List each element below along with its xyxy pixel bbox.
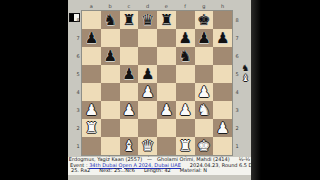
captured-material-tray: ♞♝: [240, 63, 251, 83]
square-g4: ♟: [195, 83, 214, 101]
square-h5: [213, 65, 232, 83]
square-g2: [195, 119, 214, 137]
square-d5: ♟: [138, 65, 157, 83]
square-f8: [176, 11, 195, 29]
rank-label-8: 8: [234, 17, 240, 23]
square-g5: [195, 65, 214, 83]
square-e6: [157, 47, 176, 65]
square-f2: [176, 119, 195, 137]
black-piece-n-b8: ♞: [103, 11, 116, 29]
white-piece-p-d4: ♟: [141, 83, 154, 101]
rank-label-2: 2: [234, 125, 240, 131]
file-label-g: g: [195, 3, 214, 9]
square-e2: [157, 119, 176, 137]
rank-label-5: 5: [75, 71, 81, 77]
white-piece-n-g3: ♞: [197, 101, 210, 119]
move-info-line: 25. Ra2Next: 25...Nc6Length: 42Material:…: [68, 168, 251, 174]
square-a7: ♟: [82, 29, 101, 47]
square-g8: ♚: [195, 11, 214, 29]
square-d6: [138, 47, 157, 65]
letterbox-left: [0, 0, 68, 180]
tray-black-knight-icon: ♞: [241, 63, 249, 73]
square-a6: [82, 47, 101, 65]
rank-labels-right: 87654321: [234, 11, 240, 155]
square-a3: ♟: [82, 101, 101, 119]
white-piece-p-f3: ♟: [178, 101, 191, 119]
white-piece-p-c3: ♟: [122, 101, 135, 119]
square-b1: [101, 137, 120, 155]
square-b8: ♞: [101, 11, 120, 29]
letterbox-right: [251, 0, 320, 180]
square-e7: [157, 29, 176, 47]
square-g1: ♚: [195, 137, 214, 155]
square-f4: [176, 83, 195, 101]
square-e1: [157, 137, 176, 155]
square-e5: [157, 65, 176, 83]
black-piece-p-h7: ♟: [216, 29, 229, 47]
game-length: Length: 42: [144, 167, 171, 173]
rank-label-7: 7: [75, 35, 81, 41]
black-piece-p-c5: ♟: [122, 65, 135, 83]
square-h2: ♟: [213, 119, 232, 137]
black-piece-p-g7: ♟: [197, 29, 210, 47]
square-h6: [213, 47, 232, 65]
black-piece-p-b6: ♟: [103, 47, 116, 65]
square-b6: ♟: [101, 47, 120, 65]
square-d7: [138, 29, 157, 47]
square-c8: ♜: [120, 11, 139, 29]
file-label-a: a: [82, 3, 101, 9]
square-h7: ♟: [213, 29, 232, 47]
black-piece-p-f7: ♟: [178, 29, 191, 47]
square-f7: ♟: [176, 29, 195, 47]
square-g7: ♟: [195, 29, 214, 47]
square-h8: [213, 11, 232, 29]
black-piece-r-e8: ♜: [160, 11, 173, 29]
file-labels-top: abcdefgh: [82, 3, 232, 9]
file-label-d: d: [138, 3, 157, 9]
square-a8: [82, 11, 101, 29]
rank-label-1: 1: [75, 143, 81, 149]
black-piece-r-c8: ♜: [122, 11, 135, 29]
rank-label-6: 6: [75, 53, 81, 59]
square-b7: [101, 29, 120, 47]
square-b4: [101, 83, 120, 101]
square-c7: [120, 29, 139, 47]
square-c6: [120, 47, 139, 65]
rank-label-3: 3: [75, 107, 81, 113]
black-piece-p-a7: ♟: [85, 29, 98, 47]
file-label-b: b: [101, 3, 120, 9]
square-g6: [195, 47, 214, 65]
black-piece-k-g8: ♚: [197, 11, 210, 29]
white-piece-r-f1: ♜: [178, 137, 191, 155]
square-a2: ♜: [82, 119, 101, 137]
square-f6: ♞: [176, 47, 195, 65]
square-f3: ♟: [176, 101, 195, 119]
file-label-c: c: [120, 3, 139, 9]
game-caption: Erdogmus, Yagiz Kaan (2557)—Gholami Orim…: [68, 157, 251, 175]
material-balance: Material: N: [180, 167, 207, 173]
square-h1: [213, 137, 232, 155]
rank-label-8: 8: [75, 17, 81, 23]
rank-label-4: 4: [75, 89, 81, 95]
square-d1: ♛: [138, 137, 157, 155]
black-piece-q-d8: ♛: [141, 11, 154, 29]
square-d3: [138, 101, 157, 119]
file-label-h: h: [213, 3, 232, 9]
white-piece-r-a2: ♜: [85, 119, 98, 137]
square-e8: ♜: [157, 11, 176, 29]
square-c2: [120, 119, 139, 137]
white-piece-p-g4: ♟: [197, 83, 210, 101]
square-b2: [101, 119, 120, 137]
rank-label-7: 7: [234, 35, 240, 41]
square-g3: ♞: [195, 101, 214, 119]
rank-label-3: 3: [234, 107, 240, 113]
square-a1: [82, 137, 101, 155]
black-piece-p-d5: ♟: [141, 65, 154, 83]
white-piece-p-a3: ♟: [85, 101, 98, 119]
square-d2: [138, 119, 157, 137]
square-f5: [176, 65, 195, 83]
rank-labels-left: 87654321: [75, 11, 81, 155]
next-move: Next: 25...Nc6: [99, 167, 135, 173]
square-a5: [82, 65, 101, 83]
square-c3: ♟: [120, 101, 139, 119]
square-e4: [157, 83, 176, 101]
chess-board: ♞♜♛♜♚♟♟♟♟♟♞♟♟♟♟♟♟♟♟♞♜♟♝♛♜♚: [82, 11, 232, 155]
square-c4: [120, 83, 139, 101]
tray-white-bishop-icon: ♝: [241, 73, 249, 83]
last-move: 25. Ra2: [71, 167, 90, 173]
black-piece-n-f6: ♞: [178, 47, 191, 65]
white-piece-q-d1: ♛: [141, 137, 154, 155]
square-c1: ♝: [120, 137, 139, 155]
square-e3: ♟: [157, 101, 176, 119]
square-a4: [82, 83, 101, 101]
white-piece-p-h2: ♟: [216, 119, 229, 137]
square-b3: [101, 101, 120, 119]
rank-label-2: 2: [75, 125, 81, 131]
square-d4: ♟: [138, 83, 157, 101]
white-piece-p-e3: ♟: [160, 101, 173, 119]
rank-label-6: 6: [234, 53, 240, 59]
square-b5: [101, 65, 120, 83]
rank-label-1: 1: [234, 143, 240, 149]
panel-shadow: [251, 0, 261, 180]
white-piece-k-g1: ♚: [197, 137, 210, 155]
square-h3: [213, 101, 232, 119]
square-f1: ♜: [176, 137, 195, 155]
square-d8: ♛: [138, 11, 157, 29]
white-piece-b-c1: ♝: [122, 137, 135, 155]
rank-label-4: 4: [234, 89, 240, 95]
square-c5: ♟: [120, 65, 139, 83]
video-frame: abcdefgh abcdefgh 87654321 87654321 ♞♜♛♜…: [0, 0, 320, 180]
file-label-f: f: [176, 3, 195, 9]
file-label-e: e: [157, 3, 176, 9]
square-h4: [213, 83, 232, 101]
